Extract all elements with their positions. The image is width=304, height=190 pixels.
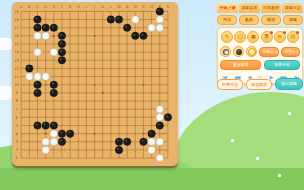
row-label: 8 (15, 99, 18, 103)
column-label: S (167, 5, 170, 9)
stone-highlight (150, 131, 152, 133)
black-stone[interactable] (26, 65, 33, 73)
stone-highlight (125, 140, 127, 142)
go-board[interactable]: A19B18C17D16E15F14G13H12I11J10K9L8M7N6O5… (12, 2, 178, 166)
black-stone[interactable] (164, 114, 172, 122)
badge-dot (283, 31, 286, 34)
clear-focus-button[interactable]: 清空焦点 (281, 47, 301, 57)
subtab-kifu[interactable]: 棋谱 (261, 15, 281, 25)
stone-highlight (60, 50, 62, 52)
row-label: 7 (15, 108, 17, 112)
grid-tool-button[interactable]: ▦ (247, 31, 259, 43)
black-stone[interactable] (34, 81, 42, 89)
stone-highlight (166, 115, 168, 117)
stone-highlight (35, 91, 37, 93)
save-kifu-button[interactable]: 保存棋谱 (246, 79, 272, 90)
alternate-stone-icon (223, 49, 229, 55)
black-stone[interactable] (50, 24, 58, 32)
reset-board-button[interactable]: 重摆棋局 (220, 60, 261, 70)
row-label: 16 (14, 34, 19, 38)
row-label: 4 (15, 132, 18, 136)
stone-highlight (44, 26, 46, 28)
grid-icon: ▦ (251, 34, 255, 39)
tab-bar: 开始上课 课堂实操 日常教研 课堂日志 (217, 3, 303, 13)
stone-highlight (60, 34, 62, 36)
black-stone[interactable] (156, 122, 164, 130)
white-stone[interactable] (156, 114, 164, 122)
black-stone[interactable] (50, 89, 58, 97)
black-stone[interactable] (156, 8, 164, 16)
white-stone[interactable] (148, 146, 156, 154)
pencil-icon: ✎ (225, 34, 229, 39)
column-label: P (142, 5, 145, 9)
row-label: 1 (15, 156, 17, 160)
white-stone[interactable] (156, 154, 164, 162)
app-window: A19B18C17D16E15F14G13H12I11J10K9L8M7N6O5… (0, 0, 304, 190)
column-label: M (117, 5, 120, 9)
question-char: 问 (291, 34, 296, 39)
row-label: 14 (14, 50, 19, 54)
analyze-game-button[interactable]: 棋局分析 (264, 60, 300, 70)
star-point (142, 84, 144, 86)
white-stone[interactable] (50, 138, 58, 146)
subtab-bar: 死活 教案 棋谱 课堂 (217, 15, 303, 25)
stone-highlight (133, 34, 135, 36)
stone-highlight (60, 42, 62, 44)
white-stone[interactable] (42, 146, 50, 154)
subtab-life-death[interactable]: 死活 (217, 15, 237, 25)
stone-highlight (27, 66, 29, 68)
black-stone[interactable] (107, 16, 115, 24)
white-stone[interactable] (42, 73, 50, 81)
black-stone[interactable] (50, 122, 58, 130)
white-stone[interactable] (156, 105, 164, 113)
black-stone[interactable] (34, 16, 42, 24)
tab-daily-research[interactable]: 日常教研 (261, 3, 282, 13)
stone-highlight (117, 148, 119, 150)
white-stone[interactable] (34, 32, 42, 40)
column-label: N (126, 5, 129, 9)
star-point (93, 84, 95, 86)
switch-focus-button[interactable]: 切换焦点 (259, 47, 279, 57)
black-stone[interactable] (34, 24, 42, 32)
alternate-stone-button[interactable] (220, 46, 231, 57)
row-label: 17 (14, 26, 19, 30)
stone-highlight (158, 9, 160, 11)
white-stone[interactable] (148, 138, 156, 146)
black-stone[interactable] (42, 24, 50, 32)
black-stone[interactable] (66, 130, 74, 138)
yellow-stone-icon (248, 48, 256, 56)
stone-select-row: 切换焦点 清空焦点 (220, 46, 300, 57)
yellow-stone-button[interactable] (246, 46, 257, 57)
black-stone[interactable] (58, 48, 65, 56)
black-char: 黑 (264, 34, 269, 39)
black-stone[interactable] (42, 122, 50, 130)
question-tool-button[interactable]: 问 (287, 31, 299, 43)
column-label: A (20, 5, 23, 9)
flower (288, 112, 291, 115)
stone-highlight (35, 26, 37, 28)
tool-card: ✎ ◯ ▦ 黑 白 问 切换焦点 清空焦点 重摆棋局 棋局分析 |◀ ◀◀ (217, 27, 303, 84)
stone-highlight (141, 140, 143, 142)
black-stone[interactable] (140, 32, 148, 40)
column-label: C (36, 5, 39, 9)
black-stone[interactable] (123, 138, 130, 146)
badge-dot (270, 31, 273, 34)
black-stone[interactable] (50, 81, 58, 89)
white-stone[interactable] (156, 16, 164, 24)
stone-highlight (52, 123, 54, 125)
star-point (93, 133, 95, 135)
exit-class-button[interactable]: 退出课堂 (275, 78, 303, 90)
column-label: B (28, 5, 31, 9)
black-stone-button[interactable] (233, 46, 244, 57)
control-panel: 开始上课 课堂实操 日常教研 课堂日志 死活 教案 棋谱 课堂 ✎ ◯ ▦ 黑 … (217, 3, 303, 84)
black-tool-button[interactable]: 黑 (261, 31, 273, 43)
white-stone[interactable] (156, 24, 164, 32)
tab-class-practice[interactable]: 课堂实操 (239, 3, 260, 13)
star-point (93, 35, 95, 37)
white-char: 白 (278, 34, 283, 39)
row-label: 13 (14, 59, 19, 63)
black-stone[interactable] (148, 130, 156, 138)
black-stone[interactable] (132, 32, 140, 40)
column-label: L (110, 5, 112, 9)
stone-highlight (52, 26, 54, 28)
stone-highlight (35, 83, 37, 85)
star-point (142, 133, 144, 135)
white-stone[interactable] (148, 24, 156, 32)
white-stone[interactable] (42, 138, 50, 146)
column-label: G (69, 5, 72, 9)
go-board-grid[interactable]: A19B18C17D16E15F14G13H12I11J10K9L8M7N6O5… (12, 2, 178, 166)
move-marker (53, 35, 55, 37)
move-marker (102, 92, 104, 94)
row-label: 18 (14, 18, 19, 22)
subtab-classroom[interactable]: 课堂 (283, 15, 303, 25)
stone-highlight (109, 17, 111, 19)
tab-start-class[interactable]: 开始上课 (217, 3, 238, 13)
stone-highlight (117, 140, 119, 142)
grass-base (0, 168, 304, 190)
bottom-button-row: 布置作业 保存棋谱 退出课堂 (217, 78, 303, 90)
row-label: 12 (14, 67, 19, 71)
stone-highlight (44, 123, 46, 125)
white-stone[interactable] (42, 32, 50, 40)
stone-highlight (158, 123, 160, 125)
action-row: 重摆棋局 棋局分析 (220, 60, 300, 70)
circle-mark-button[interactable]: ◯ (234, 31, 246, 43)
black-stone-icon (236, 49, 242, 55)
row-label: 10 (14, 83, 19, 87)
black-stone[interactable] (58, 40, 65, 48)
flower (256, 157, 259, 160)
column-label: K (102, 5, 105, 9)
column-label: Q (150, 5, 153, 9)
black-stone[interactable] (123, 24, 130, 32)
row-label: 15 (14, 42, 19, 46)
column-label: I (86, 5, 87, 9)
column-label: E (53, 5, 56, 9)
assign-homework-button[interactable]: 布置作业 (217, 79, 243, 90)
black-stone[interactable] (115, 146, 123, 154)
stone-highlight (35, 123, 37, 125)
white-tool-button[interactable]: 白 (274, 31, 286, 43)
white-stone[interactable] (50, 130, 58, 138)
stone-highlight (125, 26, 127, 28)
row-label: 9 (15, 91, 18, 95)
black-stone[interactable] (58, 57, 65, 65)
subtab-lesson-plan[interactable]: 教案 (239, 15, 259, 25)
stone-highlight (60, 131, 62, 133)
flower (278, 174, 281, 177)
column-label: F (61, 5, 63, 9)
tool-row: ✎ ◯ ▦ 黑 白 问 (221, 31, 299, 43)
white-stone[interactable] (34, 73, 42, 81)
black-stone[interactable] (58, 130, 65, 138)
white-stone[interactable] (156, 138, 164, 146)
black-stone[interactable] (34, 89, 42, 97)
black-stone[interactable] (58, 32, 65, 40)
black-stone[interactable] (34, 122, 42, 130)
white-stone[interactable] (50, 48, 58, 56)
row-label: 2 (15, 148, 17, 152)
stone-highlight (60, 58, 62, 60)
row-label: 6 (15, 116, 18, 120)
flower (231, 139, 234, 142)
white-stone[interactable] (26, 73, 33, 81)
row-label: 5 (15, 124, 17, 128)
circle-icon: ◯ (238, 34, 243, 39)
row-label: 3 (15, 140, 17, 144)
stone-highlight (52, 91, 54, 93)
star-point (45, 84, 47, 86)
stone-highlight (68, 131, 70, 133)
black-stone[interactable] (115, 16, 123, 24)
badge-dot (296, 31, 299, 34)
column-label: O (134, 5, 137, 9)
white-stone[interactable] (132, 16, 140, 24)
column-label: H (77, 5, 80, 9)
pencil-tool-button[interactable]: ✎ (221, 31, 233, 43)
column-label: J (93, 5, 95, 9)
stone-highlight (141, 34, 143, 36)
row-label: 19 (14, 10, 19, 14)
column-label: D (44, 5, 47, 9)
black-stone[interactable] (115, 138, 123, 146)
stone-highlight (52, 83, 54, 85)
stone-highlight (35, 17, 37, 19)
stone-highlight (117, 17, 119, 19)
white-stone[interactable] (34, 48, 42, 56)
star-point (45, 133, 47, 135)
tab-class-log[interactable]: 课堂日志 (282, 3, 303, 13)
black-stone[interactable] (140, 138, 148, 146)
row-label: 11 (14, 75, 19, 79)
stone-highlight (60, 140, 62, 142)
black-stone[interactable] (58, 138, 65, 146)
